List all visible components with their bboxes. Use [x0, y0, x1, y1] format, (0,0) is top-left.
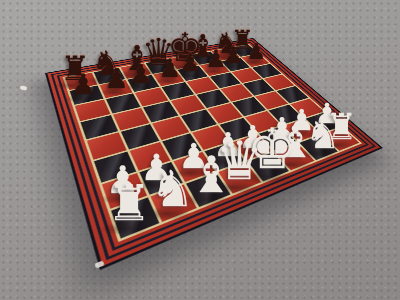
photo-scene: ♜♞♝♟♚♟♛♟♝♟♞♟♜♟♟♟♟♟♟♜♟♞♟♝♚♟♛♟♝♟♞♜: [0, 0, 400, 300]
